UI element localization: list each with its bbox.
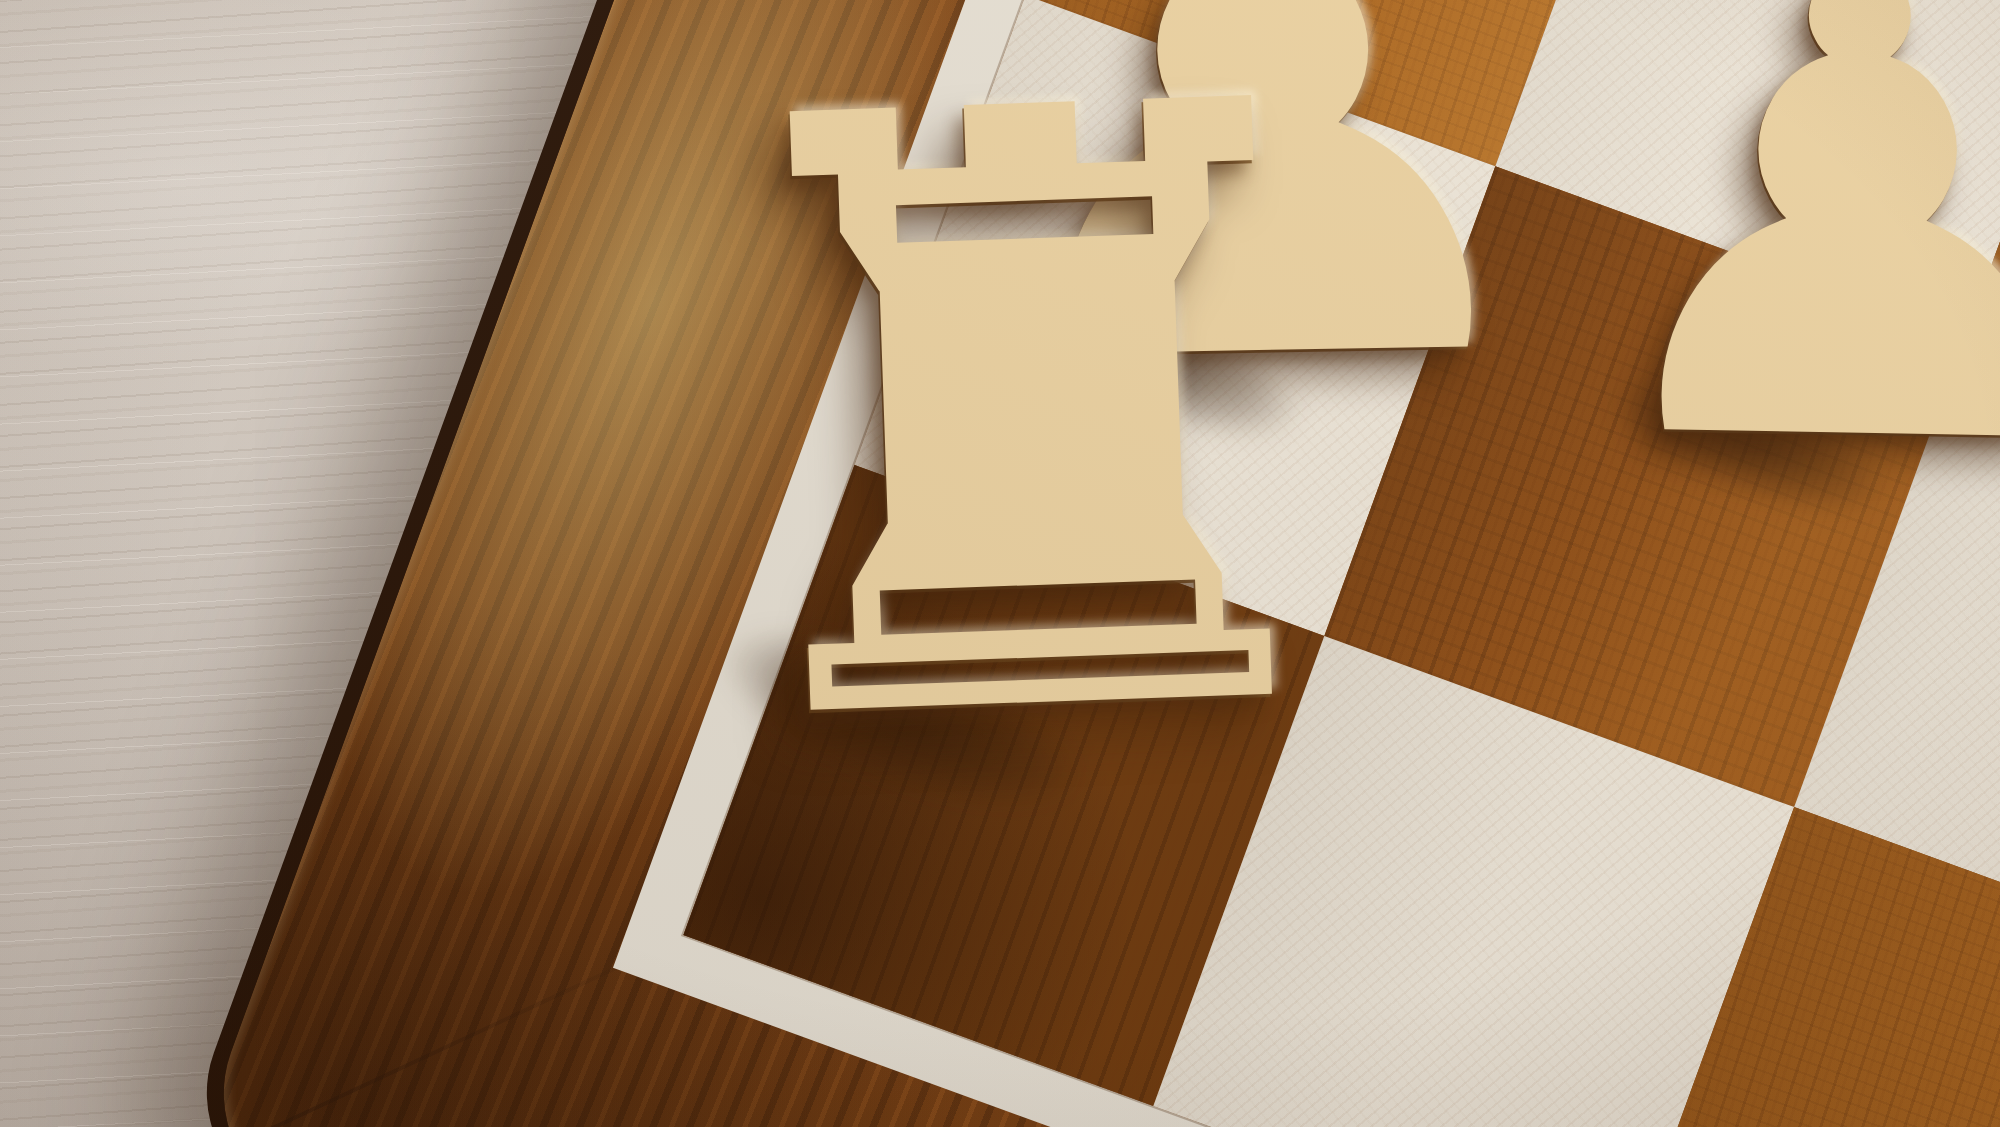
board-grid: ♟♟♜ (683, 0, 2000, 1127)
photo-scene: ♟♟♜ (0, 0, 2000, 1127)
white-pawn: ♟ (1564, 0, 2000, 536)
white-rook: ♜ (650, 0, 1413, 840)
board-playing-field: ♟♟♜ (613, 0, 2000, 1127)
